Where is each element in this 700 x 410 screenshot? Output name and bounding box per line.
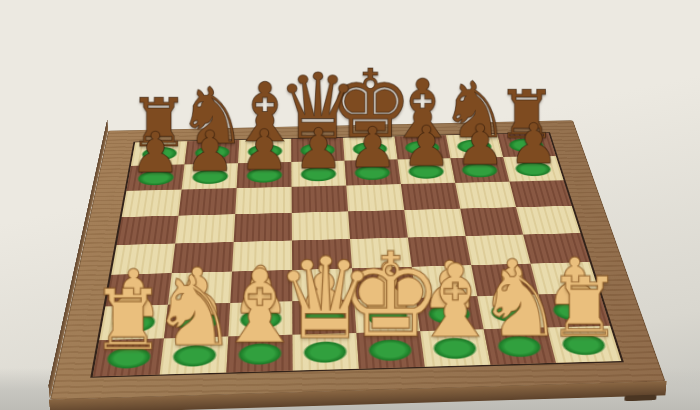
square-a7: ♟ <box>126 165 184 191</box>
square-h6 <box>509 180 571 207</box>
square-a5 <box>117 216 179 245</box>
square-b5 <box>175 214 235 243</box>
square-a1: ♜ <box>93 338 164 376</box>
square-e6 <box>346 184 404 211</box>
square-a6 <box>122 189 182 217</box>
square-c6 <box>235 187 292 214</box>
square-d6 <box>292 185 349 212</box>
square-g5 <box>460 207 523 236</box>
board-grid: ♜♞♝♛♚♝♞♜♟♟♟♟♟♟♟♟♟♟♟♟♟♟♟♟♜♞♝♛♚♝♞♜ <box>90 132 624 378</box>
piece-glyph: ♜ <box>49 278 207 362</box>
chessboard: ♜♞♝♛♚♝♞♜♟♟♟♟♟♟♟♟♟♟♟♟♟♟♟♟♜♞♝♛♚♝♞♜ <box>50 120 666 400</box>
square-b6 <box>179 188 237 216</box>
square-f6 <box>401 183 460 210</box>
chess-set-photo: ♜♞♝♛♚♝♞♜♟♟♟♟♟♟♟♟♟♟♟♟♟♟♟♟♜♞♝♛♚♝♞♜ <box>0 0 700 410</box>
square-g6 <box>455 181 516 208</box>
square-h5 <box>516 206 580 235</box>
piece-glyph: ♟ <box>90 124 221 180</box>
